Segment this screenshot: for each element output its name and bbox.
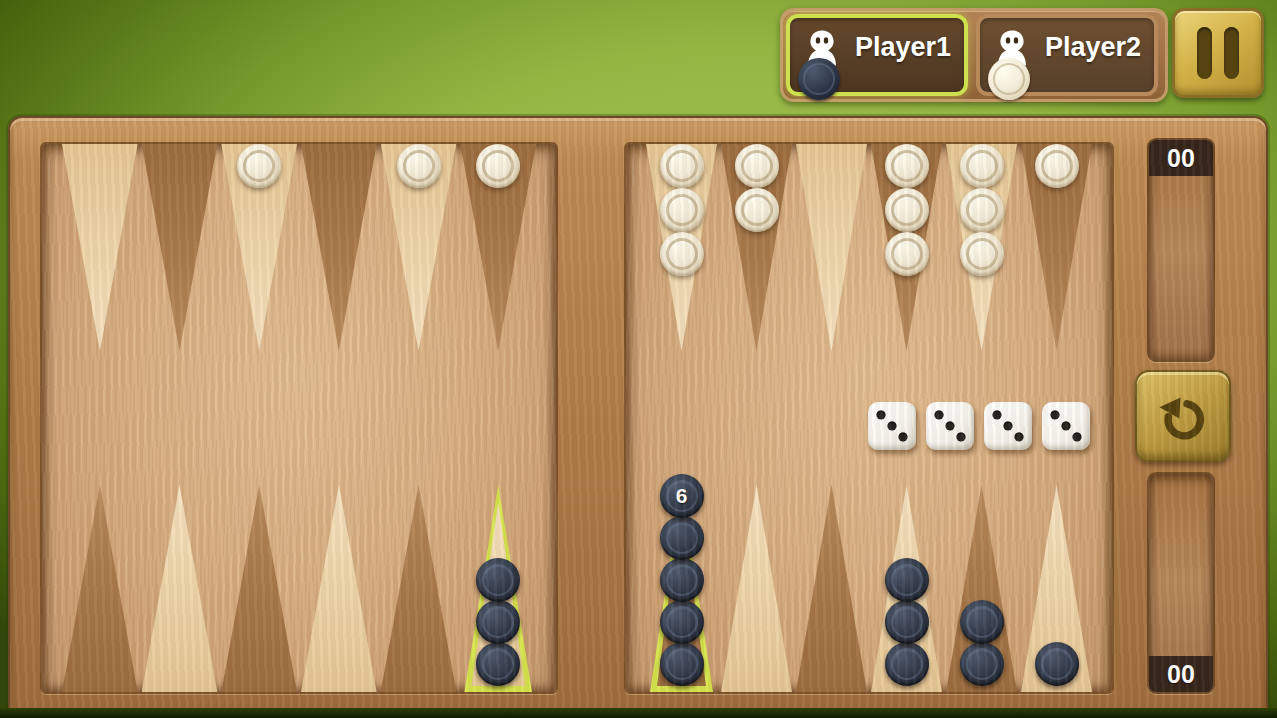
checker-white[interactable] [735, 188, 779, 232]
pause-button[interactable] [1172, 8, 1264, 98]
checker-white[interactable] [885, 188, 929, 232]
checker-black[interactable] [476, 642, 520, 686]
die-pip [1073, 433, 1082, 442]
point-slot[interactable] [379, 144, 459, 351]
die-3[interactable] [1042, 402, 1090, 450]
checker-white[interactable] [1035, 144, 1079, 188]
checker-white[interactable] [476, 144, 520, 188]
point-triangle [62, 485, 138, 692]
die-pip [957, 433, 966, 442]
pause-icon [1224, 27, 1239, 79]
screen-bottom-edge [0, 708, 1277, 718]
die-pip [876, 410, 885, 419]
point-slot[interactable] [458, 485, 538, 692]
die-pip [888, 422, 897, 431]
checker-black[interactable] [1035, 642, 1079, 686]
point-slot[interactable] [60, 144, 140, 351]
die-3[interactable] [868, 402, 916, 450]
point-triangle [221, 485, 297, 692]
checker-white[interactable] [735, 144, 779, 188]
die-pip [1050, 410, 1059, 419]
undo-button[interactable] [1135, 370, 1231, 462]
players-panel: Player1 Player2 [780, 8, 1168, 102]
checker-white[interactable] [237, 144, 281, 188]
checker-white[interactable] [960, 188, 1004, 232]
player1-name: Player1 [848, 32, 958, 63]
board-right-half: 6 [624, 142, 1114, 694]
checker-black[interactable] [885, 558, 929, 602]
point-slot[interactable] [869, 485, 944, 692]
point-triangle [142, 144, 218, 351]
checker-white[interactable] [660, 144, 704, 188]
die-pip [1015, 433, 1024, 442]
undo-icon [1152, 385, 1214, 447]
bearoff-tray-bottom: 00 [1147, 472, 1215, 694]
point-triangle [381, 485, 457, 692]
bearoff-tray-top: 00 [1147, 138, 1215, 362]
score-top: 00 [1149, 140, 1213, 176]
point-triangle [796, 144, 867, 351]
checker-white[interactable] [885, 144, 929, 188]
checker-black[interactable] [660, 600, 704, 644]
point-triangle [301, 485, 377, 692]
player1-badge: Player1 [786, 14, 968, 96]
checker-white[interactable] [397, 144, 441, 188]
point-slot[interactable] [794, 485, 869, 692]
point-slot[interactable] [944, 485, 1019, 692]
die-pip [1062, 422, 1071, 431]
game-screen: Player1 Player2 6 00 [0, 0, 1277, 718]
point-slot[interactable] [60, 485, 140, 692]
point-slot[interactable] [219, 485, 299, 692]
player2-badge: Player2 [976, 14, 1158, 96]
point-slot[interactable] [869, 144, 944, 351]
checker-white[interactable] [960, 232, 1004, 276]
die-pip [992, 410, 1001, 419]
point-slot[interactable] [140, 485, 220, 692]
point-slot[interactable] [1019, 144, 1094, 351]
point-triangle [62, 144, 138, 351]
point-slot[interactable] [299, 144, 379, 351]
board-left-half [40, 142, 558, 694]
checker-black[interactable] [885, 600, 929, 644]
checker-black[interactable] [660, 642, 704, 686]
point-slot[interactable] [719, 144, 794, 351]
checker-black[interactable] [476, 558, 520, 602]
point-slot[interactable] [458, 144, 538, 351]
point-slot[interactable] [719, 485, 794, 692]
checker-black[interactable] [960, 600, 1004, 644]
pause-icon [1197, 27, 1212, 79]
die-pip [899, 433, 908, 442]
point-triangle [796, 485, 867, 692]
point-slot[interactable] [944, 144, 1019, 351]
checker-black[interactable]: 6 [660, 474, 704, 518]
point-slot[interactable] [379, 485, 459, 692]
checker-white[interactable] [885, 232, 929, 276]
checker-black[interactable] [660, 516, 704, 560]
die-pip [1004, 422, 1013, 431]
point-slot[interactable] [299, 485, 379, 692]
die-pip [946, 422, 955, 431]
checker-white[interactable] [960, 144, 1004, 188]
score-bottom: 00 [1149, 656, 1213, 692]
point-slot[interactable] [219, 144, 299, 351]
point-slot[interactable] [644, 144, 719, 351]
die-3[interactable] [926, 402, 974, 450]
player2-checker-icon [988, 58, 1030, 100]
point-slot[interactable]: 6 [644, 485, 719, 692]
point-slot[interactable] [140, 144, 220, 351]
checker-black[interactable] [476, 600, 520, 644]
die-pip [934, 410, 943, 419]
die-3[interactable] [984, 402, 1032, 450]
checker-count-badge: 6 [660, 474, 704, 518]
player1-checker-icon [798, 58, 840, 100]
checker-black[interactable] [960, 642, 1004, 686]
checker-white[interactable] [660, 188, 704, 232]
point-triangle [721, 485, 792, 692]
point-slot[interactable] [1019, 485, 1094, 692]
player2-name: Player2 [1038, 32, 1148, 63]
point-slot[interactable] [794, 144, 869, 351]
checker-black[interactable] [885, 642, 929, 686]
checker-black[interactable] [660, 558, 704, 602]
point-triangle [142, 485, 218, 692]
board-frame: 6 00 00 [8, 116, 1268, 718]
checker-white[interactable] [660, 232, 704, 276]
point-triangle [301, 144, 377, 351]
